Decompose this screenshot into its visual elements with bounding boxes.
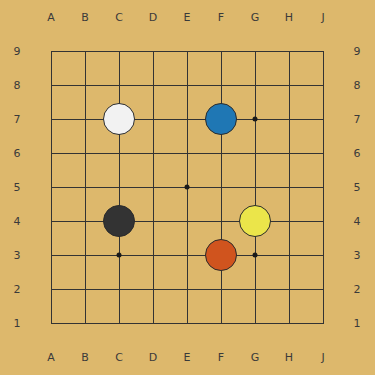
board-cell[interactable] (306, 272, 340, 306)
board-cell[interactable] (170, 170, 204, 204)
row-label-left: 5 (14, 182, 21, 193)
board-cell[interactable] (272, 68, 306, 102)
column-label-top: J (321, 12, 324, 23)
row-label-right: 4 (354, 216, 361, 227)
board-cell[interactable] (306, 68, 340, 102)
column-label-top: E (184, 12, 191, 23)
row-label-right: 1 (354, 318, 361, 329)
board-cell[interactable] (204, 204, 238, 238)
board-cell[interactable] (238, 34, 272, 68)
board-cell[interactable] (204, 170, 238, 204)
board-cell[interactable] (204, 272, 238, 306)
board-cell[interactable] (306, 204, 340, 238)
board-cell[interactable] (102, 170, 136, 204)
board-cell[interactable] (204, 136, 238, 170)
column-label-bottom: A (47, 352, 55, 363)
board-cell[interactable] (238, 68, 272, 102)
board-cell[interactable] (170, 68, 204, 102)
board-cell[interactable] (68, 238, 102, 272)
board-cell[interactable] (136, 170, 170, 204)
board-cell[interactable] (272, 102, 306, 136)
column-label-top: C (115, 12, 123, 23)
board-cell[interactable] (238, 238, 272, 272)
board-cell[interactable] (136, 34, 170, 68)
row-label-left: 9 (14, 46, 21, 57)
board-cell[interactable] (34, 204, 68, 238)
board-cell[interactable] (102, 136, 136, 170)
board-cell[interactable] (204, 238, 238, 272)
board-cell[interactable] (68, 68, 102, 102)
board-cell[interactable] (102, 68, 136, 102)
board-cell[interactable] (170, 136, 204, 170)
board-cell[interactable] (136, 204, 170, 238)
board-cell[interactable] (272, 204, 306, 238)
column-label-bottom: G (251, 352, 260, 363)
white-stone[interactable] (103, 103, 135, 135)
board-cell[interactable] (306, 238, 340, 272)
blue-stone[interactable] (205, 103, 237, 135)
star-point (253, 253, 258, 258)
column-label-bottom: B (81, 352, 89, 363)
row-label-left: 4 (14, 216, 21, 227)
row-label-left: 1 (14, 318, 21, 329)
row-label-right: 2 (354, 284, 361, 295)
row-label-right: 5 (354, 182, 361, 193)
board-cell[interactable] (34, 238, 68, 272)
row-label-right: 9 (354, 46, 361, 57)
column-label-top: A (47, 12, 55, 23)
board-cell[interactable] (34, 102, 68, 136)
column-label-top: D (149, 12, 157, 23)
board-cell[interactable] (272, 34, 306, 68)
board-cell[interactable] (136, 68, 170, 102)
board-cell[interactable] (306, 102, 340, 136)
board-cell[interactable] (34, 68, 68, 102)
board-cell[interactable] (272, 170, 306, 204)
board-cell[interactable] (272, 136, 306, 170)
board-cell[interactable] (238, 136, 272, 170)
board-cell[interactable] (238, 102, 272, 136)
column-label-top: G (251, 12, 260, 23)
board-cell[interactable] (102, 34, 136, 68)
board-cell[interactable] (238, 204, 272, 238)
board (34, 34, 340, 340)
board-cell[interactable] (306, 306, 340, 340)
go-board-diagram: AA99BB88CC77DD66EE55FF44GG33HH22JJ11 (0, 0, 375, 375)
board-cell[interactable] (136, 306, 170, 340)
board-cell[interactable] (306, 170, 340, 204)
row-label-left: 2 (14, 284, 21, 295)
star-point (117, 253, 122, 258)
column-label-bottom: C (115, 352, 123, 363)
board-cell[interactable] (204, 34, 238, 68)
board-cell[interactable] (170, 34, 204, 68)
board-cell[interactable] (136, 272, 170, 306)
orange-stone[interactable] (205, 239, 237, 271)
column-label-top: F (218, 12, 224, 23)
board-cell[interactable] (204, 102, 238, 136)
board-cell[interactable] (170, 238, 204, 272)
board-cell[interactable] (238, 272, 272, 306)
column-label-bottom: F (218, 352, 224, 363)
board-cell[interactable] (68, 272, 102, 306)
board-cell[interactable] (68, 102, 102, 136)
star-point (253, 117, 258, 122)
row-label-left: 8 (14, 80, 21, 91)
row-label-right: 3 (354, 250, 361, 261)
column-label-top: H (285, 12, 293, 23)
yellow-stone[interactable] (239, 205, 271, 237)
board-cell[interactable] (34, 272, 68, 306)
column-label-bottom: H (285, 352, 293, 363)
board-cell[interactable] (238, 170, 272, 204)
board-cell[interactable] (34, 34, 68, 68)
board-cell[interactable] (68, 34, 102, 68)
board-cell[interactable] (272, 272, 306, 306)
board-cell[interactable] (306, 34, 340, 68)
board-cell[interactable] (170, 272, 204, 306)
column-label-bottom: E (184, 352, 191, 363)
board-cell[interactable] (34, 170, 68, 204)
row-label-right: 7 (354, 114, 361, 125)
board-cell[interactable] (102, 238, 136, 272)
row-label-right: 8 (354, 80, 361, 91)
board-cell[interactable] (102, 204, 136, 238)
board-cell[interactable] (34, 306, 68, 340)
board-cell[interactable] (68, 204, 102, 238)
board-cell[interactable] (170, 102, 204, 136)
row-label-right: 6 (354, 148, 361, 159)
board-cell[interactable] (238, 306, 272, 340)
board-cell[interactable] (136, 136, 170, 170)
board-cell[interactable] (34, 136, 68, 170)
board-cell[interactable] (272, 306, 306, 340)
board-cell[interactable] (136, 238, 170, 272)
board-cell[interactable] (204, 306, 238, 340)
board-cell[interactable] (102, 306, 136, 340)
board-cell[interactable] (68, 306, 102, 340)
column-label-bottom: J (321, 352, 324, 363)
row-label-left: 6 (14, 148, 21, 159)
board-cell[interactable] (102, 102, 136, 136)
board-cell[interactable] (272, 238, 306, 272)
column-label-bottom: D (149, 352, 157, 363)
board-cell[interactable] (170, 306, 204, 340)
board-cell[interactable] (102, 272, 136, 306)
black-stone[interactable] (103, 205, 135, 237)
star-point (185, 185, 190, 190)
board-cell[interactable] (68, 136, 102, 170)
board-cell[interactable] (68, 170, 102, 204)
board-cell[interactable] (170, 204, 204, 238)
row-label-left: 3 (14, 250, 21, 261)
board-cell[interactable] (136, 102, 170, 136)
row-label-left: 7 (14, 114, 21, 125)
board-cell[interactable] (204, 68, 238, 102)
column-label-top: B (81, 12, 89, 23)
board-cell[interactable] (306, 136, 340, 170)
